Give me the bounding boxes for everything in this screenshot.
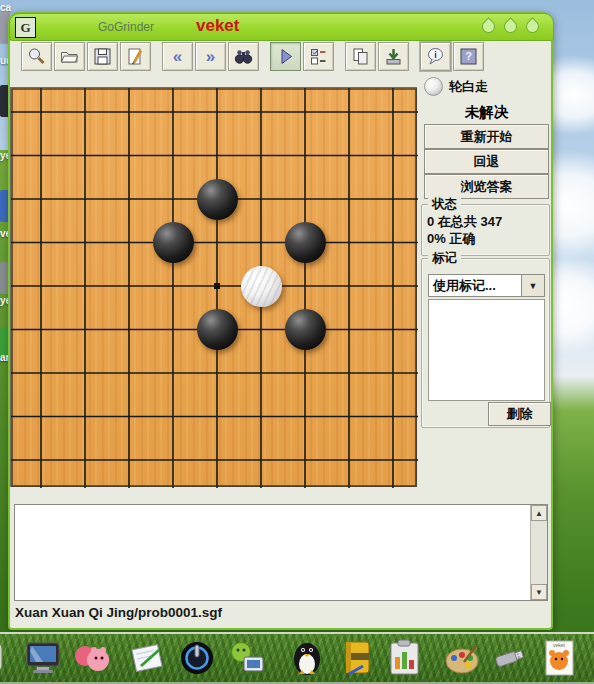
delete-button[interactable]: 删除 bbox=[488, 402, 551, 426]
import-button[interactable] bbox=[378, 42, 409, 71]
edit-button[interactable] bbox=[120, 42, 151, 71]
stone-black bbox=[197, 309, 238, 350]
copy-button[interactable] bbox=[345, 42, 376, 71]
usb-icon[interactable] bbox=[490, 638, 530, 678]
side-panel: 轮白走 未解决 重新开始 回退 浏览答案 状态 0 在总共 347 0% 正确 … bbox=[420, 14, 553, 514]
palette-icon[interactable] bbox=[442, 638, 482, 678]
tiger-icon[interactable]: veket bbox=[539, 638, 579, 678]
scroll-up-button[interactable]: ▲ bbox=[531, 505, 547, 521]
zoom-icon bbox=[26, 46, 47, 67]
stone-black bbox=[197, 179, 238, 220]
hoshi-point bbox=[214, 283, 220, 289]
back-button[interactable]: « bbox=[162, 42, 193, 71]
open-button[interactable] bbox=[54, 42, 85, 71]
comment-scrollbar[interactable]: ▲ ▼ bbox=[530, 505, 547, 600]
save-button[interactable] bbox=[87, 42, 118, 71]
play-icon bbox=[275, 46, 296, 67]
checklist-icon bbox=[308, 46, 329, 67]
chart-icon[interactable] bbox=[384, 638, 424, 678]
chevron-down-icon[interactable]: ▼ bbox=[521, 274, 545, 297]
stone-black bbox=[285, 309, 326, 350]
window-title: GoGrinder bbox=[98, 20, 154, 34]
notebook-icon[interactable] bbox=[337, 638, 377, 678]
forward-button[interactable]: » bbox=[195, 42, 226, 71]
host-label: veket bbox=[196, 16, 239, 36]
back-icon: « bbox=[173, 48, 182, 65]
status-group: 状态 0 在总共 347 0% 正确 bbox=[421, 204, 550, 256]
forward-icon: » bbox=[206, 48, 215, 65]
status-bar-path: Xuan Xuan Qi Jing/prob0001.sgf bbox=[15, 605, 222, 620]
turn-indicator: 轮白走 bbox=[424, 77, 488, 96]
notepad-icon[interactable] bbox=[127, 638, 167, 678]
binoculars-icon bbox=[233, 46, 254, 67]
play-button[interactable] bbox=[270, 42, 301, 71]
taskbar: veket bbox=[0, 632, 594, 684]
mark-dropdown[interactable]: 使用标记... ▼ bbox=[428, 274, 545, 297]
comment-area[interactable]: ▲ ▼ bbox=[14, 504, 548, 601]
stone-black bbox=[285, 222, 326, 263]
undo-button[interactable]: 回退 bbox=[424, 149, 549, 174]
edit-icon bbox=[125, 46, 146, 67]
mark-group: 标记 使用标记... ▼ 删除 bbox=[421, 258, 550, 428]
zoom-button[interactable] bbox=[21, 42, 52, 71]
squirrel-icon[interactable] bbox=[73, 638, 113, 678]
gogrinder-logo-icon[interactable]: G bbox=[15, 17, 36, 38]
solve-state-label: 未解决 bbox=[420, 103, 553, 122]
find-button[interactable] bbox=[228, 42, 259, 71]
scroll-down-icon: ▼ bbox=[535, 588, 543, 597]
screen: caudioyeveyear G GoGrinder veket «»i? 轮白… bbox=[0, 0, 594, 684]
status-count: 0 在总共 347 bbox=[427, 213, 502, 231]
go-board[interactable] bbox=[10, 87, 417, 487]
board-stones-layer bbox=[19, 90, 415, 482]
white-stone-icon bbox=[424, 77, 443, 96]
power-icon[interactable] bbox=[177, 638, 217, 678]
status-group-title: 状态 bbox=[428, 196, 461, 213]
mark-group-title: 标记 bbox=[428, 250, 461, 267]
gogrinder-window: G GoGrinder veket «»i? 轮白走 未解决 重新开始 回退 浏… bbox=[8, 12, 553, 630]
open-folder-icon bbox=[59, 46, 80, 67]
scroll-down-button[interactable]: ▼ bbox=[531, 584, 547, 600]
restart-button[interactable]: 重新开始 bbox=[424, 124, 549, 149]
status-percent: 0% 正确 bbox=[427, 230, 475, 248]
save-icon bbox=[92, 46, 113, 67]
mark-listbox[interactable] bbox=[428, 299, 545, 401]
svg-text:veket: veket bbox=[553, 642, 566, 648]
computer-icon[interactable] bbox=[23, 638, 63, 678]
copy-icon bbox=[350, 46, 371, 67]
scroll-up-icon: ▲ bbox=[535, 509, 543, 518]
options-button[interactable] bbox=[303, 42, 334, 71]
stone-black bbox=[153, 222, 194, 263]
penguin-icon[interactable] bbox=[287, 638, 327, 678]
import-icon bbox=[383, 46, 404, 67]
setup-icon[interactable] bbox=[228, 638, 268, 678]
stone-white bbox=[241, 266, 282, 307]
turn-label: 轮白走 bbox=[449, 78, 488, 96]
mark-dropdown-value[interactable]: 使用标记... bbox=[428, 274, 521, 297]
